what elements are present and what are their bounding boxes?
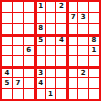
sudoku-cell-empty[interactable] <box>2 13 12 23</box>
sudoku-cell-given[interactable]: 5 <box>2 78 12 88</box>
sudoku-cell-empty[interactable] <box>2 2 12 12</box>
sudoku-cell-empty[interactable] <box>13 56 23 66</box>
sudoku-cell-empty[interactable] <box>46 13 56 23</box>
sudoku-cell-empty[interactable] <box>67 46 77 56</box>
sudoku-cell-empty[interactable] <box>89 56 99 66</box>
sudoku-cell-empty[interactable] <box>67 67 77 77</box>
sudoku-cell-empty[interactable] <box>56 56 66 66</box>
sudoku-cell-empty[interactable] <box>13 67 23 77</box>
sudoku-cell-empty[interactable] <box>89 24 99 34</box>
sudoku-cell-empty[interactable] <box>67 2 77 12</box>
sudoku-cell-empty[interactable] <box>67 56 77 66</box>
sudoku-cell-empty[interactable] <box>78 35 88 45</box>
sudoku-cell-empty[interactable] <box>46 2 56 12</box>
sudoku-cell-given[interactable]: 1 <box>46 89 56 99</box>
sudoku-cell-empty[interactable] <box>46 35 56 45</box>
sudoku-cell-empty[interactable] <box>2 89 12 99</box>
sudoku-cell-given[interactable]: 2 <box>78 67 88 77</box>
sudoku-cell-empty[interactable] <box>24 89 34 99</box>
sudoku-cell-given[interactable]: 3 <box>35 67 45 77</box>
sudoku-cell-empty[interactable] <box>2 46 12 56</box>
sudoku-cell-empty[interactable] <box>67 35 77 45</box>
sudoku-cell-empty[interactable] <box>78 24 88 34</box>
sudoku-cell-empty[interactable] <box>35 13 45 23</box>
sudoku-cell-empty[interactable] <box>89 13 99 23</box>
sudoku-cell-empty[interactable] <box>13 13 23 23</box>
sudoku-cell-empty[interactable] <box>13 2 23 12</box>
sudoku-cell-empty[interactable] <box>56 89 66 99</box>
sudoku-cell-empty[interactable] <box>24 2 34 12</box>
sudoku-cell-given[interactable]: 2 <box>56 2 66 12</box>
sudoku-cell-empty[interactable] <box>56 24 66 34</box>
sudoku-cell-empty[interactable] <box>67 89 77 99</box>
sudoku-cell-empty[interactable] <box>35 46 45 56</box>
sudoku-cell-empty[interactable] <box>2 56 12 66</box>
sudoku-cell-empty[interactable] <box>46 56 56 66</box>
sudoku-cell-empty[interactable] <box>2 35 12 45</box>
sudoku-cell-empty[interactable] <box>89 78 99 88</box>
sudoku-cell-empty[interactable] <box>89 2 99 12</box>
sudoku-cell-given[interactable]: 4 <box>2 67 12 77</box>
sudoku-cell-empty[interactable] <box>78 2 88 12</box>
sudoku-cell-empty[interactable] <box>67 24 77 34</box>
sudoku-cell-empty[interactable] <box>13 46 23 56</box>
sudoku-cell-empty[interactable] <box>24 13 34 23</box>
sudoku-cell-given[interactable]: 5 <box>35 35 45 45</box>
sudoku-cell-empty[interactable] <box>24 24 34 34</box>
sudoku-cell-empty[interactable] <box>46 67 56 77</box>
sudoku-cell-empty[interactable] <box>2 24 12 34</box>
sudoku-cell-empty[interactable] <box>46 78 56 88</box>
sudoku-cell-empty[interactable] <box>56 46 66 56</box>
sudoku-board: 12738548614325741 <box>0 0 101 101</box>
sudoku-cell-given[interactable]: 8 <box>89 35 99 45</box>
sudoku-cell-empty[interactable] <box>24 78 34 88</box>
sudoku-cell-given[interactable]: 4 <box>35 78 45 88</box>
sudoku-cell-given[interactable]: 4 <box>56 35 66 45</box>
sudoku-cell-empty[interactable] <box>13 35 23 45</box>
sudoku-cell-empty[interactable] <box>35 89 45 99</box>
sudoku-cell-given[interactable]: 6 <box>24 46 34 56</box>
sudoku-cell-empty[interactable] <box>13 89 23 99</box>
sudoku-cell-empty[interactable] <box>46 24 56 34</box>
sudoku-cell-given[interactable]: 1 <box>35 2 45 12</box>
sudoku-cell-empty[interactable] <box>78 46 88 56</box>
sudoku-cell-empty[interactable] <box>24 56 34 66</box>
sudoku-cell-empty[interactable] <box>24 67 34 77</box>
sudoku-cell-empty[interactable] <box>89 89 99 99</box>
sudoku-cell-given[interactable]: 3 <box>78 13 88 23</box>
sudoku-cell-empty[interactable] <box>24 35 34 45</box>
sudoku-cell-empty[interactable] <box>78 78 88 88</box>
sudoku-cell-empty[interactable] <box>89 67 99 77</box>
sudoku-cell-empty[interactable] <box>56 67 66 77</box>
sudoku-cell-empty[interactable] <box>13 24 23 34</box>
sudoku-cell-empty[interactable] <box>35 56 45 66</box>
sudoku-cell-empty[interactable] <box>67 78 77 88</box>
sudoku-cell-empty[interactable] <box>56 78 66 88</box>
sudoku-cell-empty[interactable] <box>56 13 66 23</box>
sudoku-cell-empty[interactable] <box>78 56 88 66</box>
sudoku-cell-given[interactable]: 7 <box>13 78 23 88</box>
sudoku-cell-empty[interactable] <box>46 46 56 56</box>
sudoku-cell-given[interactable]: 1 <box>89 46 99 56</box>
sudoku-cell-empty[interactable] <box>78 89 88 99</box>
sudoku-cell-given[interactable]: 7 <box>67 13 77 23</box>
sudoku-cell-given[interactable]: 8 <box>35 24 45 34</box>
